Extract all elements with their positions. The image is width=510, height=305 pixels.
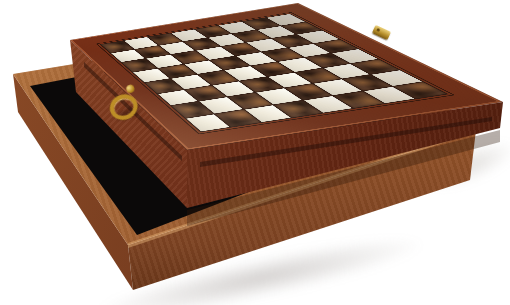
ring-icon [106,90,141,124]
ring-mount-knob [125,84,135,94]
chess-box-photo [0,0,510,305]
brass-clasp [372,25,391,40]
